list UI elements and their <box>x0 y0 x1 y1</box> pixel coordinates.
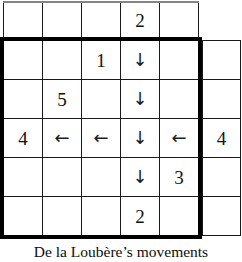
inner-cell-r3c2 <box>82 158 120 196</box>
inner-cell-r3c3: ↓ <box>121 158 159 196</box>
inner-cell-r0c4 <box>160 41 198 79</box>
right-cell-r4 <box>203 197 240 235</box>
inner-cell-r0c0 <box>4 41 42 79</box>
inner-cell-r3c4: 3 <box>160 158 198 196</box>
inner-cell-r3c1 <box>43 158 81 196</box>
inner-cell-r4c2 <box>82 197 120 235</box>
inner-board: 1↓5↓4←←↓←↓32 <box>0 37 202 239</box>
inner-cell-r1c2 <box>82 80 120 118</box>
inner-cell-r2c0: 4 <box>4 119 42 157</box>
right-cell-r2: 4 <box>203 119 240 157</box>
figure-caption: De la Loubère’s movements <box>0 243 242 261</box>
top-cell-c2 <box>82 3 120 37</box>
right-cell-r1 <box>203 80 240 118</box>
inner-cell-r1c3: ↓ <box>121 80 159 118</box>
inner-cell-r3c0 <box>4 158 42 196</box>
inner-cell-r1c0 <box>4 80 42 118</box>
inner-cell-r2c1: ← <box>43 119 81 157</box>
top-cell-c0 <box>4 3 42 37</box>
right-outside-column: 4 <box>202 40 241 236</box>
inner-cell-r2c3: ↓ <box>121 119 159 157</box>
inner-cell-r1c4 <box>160 80 198 118</box>
inner-cell-r0c1 <box>43 41 81 79</box>
inner-cell-r4c3: 2 <box>121 197 159 235</box>
inner-cell-r0c2: 1 <box>82 41 120 79</box>
siamese-method-figure: 2 1↓5↓4←←↓←↓32 4 De la Loubère’s movemen… <box>0 0 242 262</box>
inner-cell-r1c1: 5 <box>43 80 81 118</box>
inner-cell-r2c2: ← <box>82 119 120 157</box>
right-cell-r3 <box>203 158 240 196</box>
inner-cell-r0c3: ↓ <box>121 41 159 79</box>
inner-cell-r4c4 <box>160 197 198 235</box>
top-outside-row: 2 <box>3 1 199 38</box>
inner-cell-r2c4: ← <box>160 119 198 157</box>
top-cell-c3: 2 <box>121 3 159 37</box>
inner-cell-r4c1 <box>43 197 81 235</box>
top-cell-c1 <box>43 3 81 37</box>
top-cell-c4 <box>160 3 198 37</box>
right-cell-r0 <box>203 41 240 79</box>
inner-cell-r4c0 <box>4 197 42 235</box>
